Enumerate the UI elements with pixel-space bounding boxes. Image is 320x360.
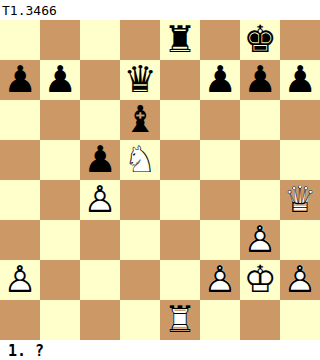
- square-e2[interactable]: [160, 260, 200, 300]
- white-knight[interactable]: ♞♘: [120, 140, 160, 180]
- square-a5[interactable]: [0, 140, 40, 180]
- square-d3[interactable]: [120, 220, 160, 260]
- piece-outline-layer: ♙: [0, 260, 40, 300]
- square-b5[interactable]: [40, 140, 80, 180]
- white-king[interactable]: ♚♔: [240, 260, 280, 300]
- square-c2[interactable]: [80, 260, 120, 300]
- square-h2[interactable]: ♟♙: [280, 260, 320, 300]
- square-d2[interactable]: [120, 260, 160, 300]
- black-rook[interactable]: ♜: [160, 20, 200, 60]
- white-pawn[interactable]: ♟♙: [0, 260, 40, 300]
- square-e7[interactable]: [160, 60, 200, 100]
- square-h8[interactable]: [280, 20, 320, 60]
- square-a3[interactable]: [0, 220, 40, 260]
- square-b8[interactable]: [40, 20, 80, 60]
- square-a4[interactable]: [0, 180, 40, 220]
- piece-outline-layer: ♙: [80, 180, 120, 220]
- square-g3[interactable]: ♟♙: [240, 220, 280, 260]
- square-c4[interactable]: ♟♙: [80, 180, 120, 220]
- square-h6[interactable]: [280, 100, 320, 140]
- puzzle-title: T1.3466: [0, 0, 320, 20]
- square-g4[interactable]: [240, 180, 280, 220]
- black-pawn[interactable]: ♟: [200, 60, 240, 100]
- square-d4[interactable]: [120, 180, 160, 220]
- black-pawn[interactable]: ♟: [80, 140, 120, 180]
- square-h1[interactable]: [280, 300, 320, 340]
- square-b3[interactable]: [40, 220, 80, 260]
- square-a6[interactable]: [0, 100, 40, 140]
- white-pawn[interactable]: ♟♙: [280, 260, 320, 300]
- square-g6[interactable]: [240, 100, 280, 140]
- piece-outline-layer: ♔: [240, 260, 280, 300]
- white-rook[interactable]: ♜♖: [160, 300, 200, 340]
- square-f5[interactable]: [200, 140, 240, 180]
- square-h4[interactable]: ♛♕: [280, 180, 320, 220]
- square-h5[interactable]: [280, 140, 320, 180]
- square-d1[interactable]: [120, 300, 160, 340]
- square-f7[interactable]: ♟: [200, 60, 240, 100]
- black-pawn[interactable]: ♟: [0, 60, 40, 100]
- square-f1[interactable]: [200, 300, 240, 340]
- move-prompt: 1. ?: [0, 340, 320, 360]
- square-c8[interactable]: [80, 20, 120, 60]
- square-a1[interactable]: [0, 300, 40, 340]
- square-h3[interactable]: [280, 220, 320, 260]
- square-a2[interactable]: ♟♙: [0, 260, 40, 300]
- square-c5[interactable]: ♟: [80, 140, 120, 180]
- black-pawn[interactable]: ♟: [280, 60, 320, 100]
- square-c1[interactable]: [80, 300, 120, 340]
- white-queen[interactable]: ♛♕: [280, 180, 320, 220]
- square-e3[interactable]: [160, 220, 200, 260]
- square-b2[interactable]: [40, 260, 80, 300]
- square-e8[interactable]: ♜: [160, 20, 200, 60]
- square-g5[interactable]: [240, 140, 280, 180]
- square-g2[interactable]: ♚♔: [240, 260, 280, 300]
- square-a7[interactable]: ♟: [0, 60, 40, 100]
- piece-outline-layer: ♙: [280, 260, 320, 300]
- white-pawn[interactable]: ♟♙: [240, 220, 280, 260]
- square-b1[interactable]: [40, 300, 80, 340]
- square-a8[interactable]: [0, 20, 40, 60]
- black-pawn[interactable]: ♟: [40, 60, 80, 100]
- black-king[interactable]: ♚: [240, 20, 280, 60]
- piece-outline-layer: ♕: [280, 180, 320, 220]
- piece-outline-layer: ♙: [240, 220, 280, 260]
- square-b6[interactable]: [40, 100, 80, 140]
- square-f4[interactable]: [200, 180, 240, 220]
- white-pawn[interactable]: ♟♙: [80, 180, 120, 220]
- piece-outline-layer: ♘: [120, 140, 160, 180]
- piece-outline-layer: ♖: [160, 300, 200, 340]
- square-e1[interactable]: ♜♖: [160, 300, 200, 340]
- square-c3[interactable]: [80, 220, 120, 260]
- chess-board: ♜♚♟♟♛♟♟♟♝♟♞♘♟♙♛♕♟♙♟♙♟♙♚♔♟♙♜♖: [0, 20, 320, 340]
- square-e5[interactable]: [160, 140, 200, 180]
- square-d6[interactable]: ♝: [120, 100, 160, 140]
- black-pawn[interactable]: ♟: [240, 60, 280, 100]
- square-b7[interactable]: ♟: [40, 60, 80, 100]
- black-bishop[interactable]: ♝: [120, 100, 160, 140]
- square-e4[interactable]: [160, 180, 200, 220]
- square-d8[interactable]: [120, 20, 160, 60]
- square-g7[interactable]: ♟: [240, 60, 280, 100]
- square-f2[interactable]: ♟♙: [200, 260, 240, 300]
- black-queen[interactable]: ♛: [120, 60, 160, 100]
- white-pawn[interactable]: ♟♙: [200, 260, 240, 300]
- square-d5[interactable]: ♞♘: [120, 140, 160, 180]
- square-f8[interactable]: [200, 20, 240, 60]
- square-d7[interactable]: ♛: [120, 60, 160, 100]
- square-f3[interactable]: [200, 220, 240, 260]
- square-h7[interactable]: ♟: [280, 60, 320, 100]
- square-g1[interactable]: [240, 300, 280, 340]
- square-c6[interactable]: [80, 100, 120, 140]
- square-g8[interactable]: ♚: [240, 20, 280, 60]
- square-c7[interactable]: [80, 60, 120, 100]
- square-e6[interactable]: [160, 100, 200, 140]
- piece-outline-layer: ♙: [200, 260, 240, 300]
- square-b4[interactable]: [40, 180, 80, 220]
- square-f6[interactable]: [200, 100, 240, 140]
